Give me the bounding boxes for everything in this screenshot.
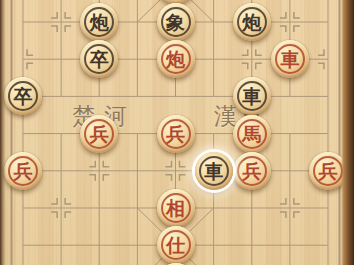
- point-marker: [65, 26, 71, 32]
- point-marker: [318, 49, 324, 55]
- point-marker: [89, 161, 95, 167]
- point-marker: [27, 63, 33, 69]
- point-marker: [318, 63, 324, 69]
- point-marker: [51, 212, 57, 218]
- point-marker: [51, 12, 57, 18]
- point-marker: [180, 161, 186, 167]
- piece-red-soldier-d[interactable]: 兵: [233, 152, 271, 190]
- piece-glyph: 車: [280, 40, 299, 78]
- point-marker: [280, 12, 286, 18]
- point-marker: [166, 161, 172, 167]
- piece-red-chariot[interactable]: 車: [271, 40, 309, 78]
- point-marker: [103, 175, 109, 181]
- piece-red-soldier-b[interactable]: 兵: [157, 115, 195, 153]
- xiangqi-screenshot: 楚河 漢界 士炮象炮卒卒車車炮車兵兵馬兵兵兵相仕帥: [0, 0, 354, 265]
- piece-red-elephant[interactable]: 相: [157, 189, 195, 227]
- piece-glyph: 炮: [166, 40, 185, 78]
- piece-red-soldier-c[interactable]: 兵: [4, 152, 42, 190]
- point-marker: [280, 212, 286, 218]
- piece-red-cannon[interactable]: 炮: [157, 40, 195, 78]
- point-marker: [280, 26, 286, 32]
- piece-glyph: 馬: [242, 115, 261, 153]
- piece-black-elephant[interactable]: 象: [157, 3, 195, 41]
- piece-glyph: 兵: [166, 115, 185, 153]
- table-edge-left: [0, 0, 6, 265]
- piece-black-chariot-b[interactable]: 車: [195, 152, 233, 190]
- piece-red-advisor[interactable]: 仕: [157, 226, 195, 264]
- piece-red-horse[interactable]: 馬: [233, 115, 271, 153]
- point-marker: [294, 212, 300, 218]
- point-marker: [294, 12, 300, 18]
- piece-glyph: 卒: [90, 40, 109, 78]
- piece-glyph: 車: [242, 77, 261, 115]
- point-marker: [65, 198, 71, 204]
- piece-red-soldier-a[interactable]: 兵: [80, 115, 118, 153]
- point-marker: [51, 26, 57, 32]
- point-marker: [103, 161, 109, 167]
- point-marker: [256, 49, 262, 55]
- point-marker: [280, 198, 286, 204]
- point-marker: [89, 175, 95, 181]
- piece-glyph: 炮: [90, 3, 109, 41]
- point-marker: [180, 175, 186, 181]
- point-marker: [256, 63, 262, 69]
- point-marker: [65, 12, 71, 18]
- piece-glyph: 仕: [166, 226, 185, 264]
- piece-glyph: 象: [166, 3, 185, 41]
- piece-glyph: 相: [166, 189, 185, 227]
- point-marker: [166, 175, 172, 181]
- point-marker: [294, 198, 300, 204]
- point-marker: [242, 49, 248, 55]
- point-marker: [294, 26, 300, 32]
- piece-glyph: 炮: [242, 3, 261, 41]
- point-marker: [65, 212, 71, 218]
- piece-black-cannon-b[interactable]: 炮: [233, 3, 271, 41]
- table-edge-right: [341, 0, 354, 265]
- point-marker: [27, 49, 33, 55]
- piece-glyph: 兵: [319, 152, 338, 190]
- point-marker: [51, 198, 57, 204]
- piece-glyph: 兵: [14, 152, 33, 190]
- piece-black-chariot-a[interactable]: 車: [233, 77, 271, 115]
- point-marker: [242, 63, 248, 69]
- piece-glyph: 卒: [14, 77, 33, 115]
- piece-glyph: 車: [204, 152, 223, 190]
- piece-glyph: 兵: [242, 152, 261, 190]
- piece-glyph: 兵: [90, 115, 109, 153]
- piece-black-cannon-a[interactable]: 炮: [80, 3, 118, 41]
